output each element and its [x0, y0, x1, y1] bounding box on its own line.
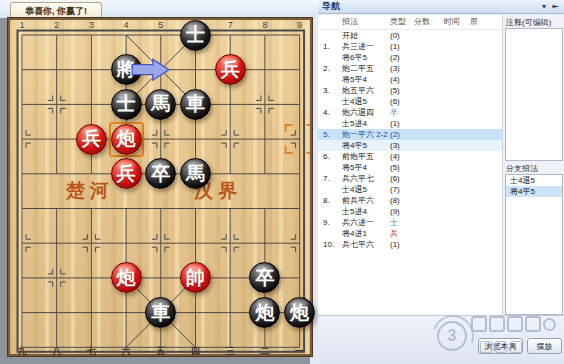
move-cell: 3. — [318, 85, 342, 96]
move-row[interactable]: 4.炮六退四卒 — [318, 107, 502, 118]
navigation-panel: 导航 ▾ ⇤ 招法类型分数时间层 开始(0)1.兵三进一(1)将6平5(2)2.… — [318, 0, 564, 364]
move-cell: (1) — [390, 239, 414, 250]
move-cell: 兵 — [390, 228, 414, 239]
chevron-down-icon[interactable]: ▾ — [542, 2, 548, 11]
move-cell — [444, 52, 470, 63]
move-cell: 2. — [318, 63, 342, 74]
xiangqi-app-window: 恭喜你, 你赢了! 123456789 九八七六五四三二一 楚河 汉界 士將兵士… — [0, 0, 564, 364]
move-cell — [470, 184, 484, 195]
move-cell — [414, 228, 444, 239]
move-cell — [470, 195, 484, 206]
move-row[interactable]: 3.炮五平六(5) — [318, 85, 502, 96]
move-cell: (7) — [390, 184, 414, 195]
move-cell: (4) — [390, 74, 414, 85]
move-cell — [470, 217, 484, 228]
move-cell — [318, 162, 342, 173]
move-list: 招法类型分数时间层 开始(0)1.兵三进一(1)将6平5(2)2.炮二平五(3)… — [318, 15, 503, 315]
move-list-header-cell: 层 — [470, 15, 484, 29]
move-row[interactable]: 7.兵六平七(6) — [318, 173, 502, 184]
move-cell: 炮五平六 — [342, 85, 390, 96]
move-row[interactable]: 开始(0) — [318, 30, 502, 41]
move-cell: 炮二平五 — [342, 63, 390, 74]
move-cell: 5. — [318, 129, 342, 140]
move-cell: 1. — [318, 41, 342, 52]
move-cell — [414, 52, 444, 63]
move-row[interactable]: 将4平5(3) — [318, 140, 502, 151]
move-cell — [470, 74, 484, 85]
move-cell — [414, 129, 444, 140]
move-cell — [444, 96, 470, 107]
result-message-tab: 恭喜你, 你赢了! — [10, 2, 102, 19]
move-row[interactable]: 士5进4(9) — [318, 206, 502, 217]
move-cell: 卒 — [390, 107, 414, 118]
nav-panel-title: 导航 — [322, 1, 340, 11]
move-cell — [444, 129, 470, 140]
move-row[interactable]: 10.兵七平六(1) — [318, 239, 502, 250]
notes-label: 注释(可编辑) — [506, 17, 551, 28]
move-list-header: 招法类型分数时间层 — [318, 15, 502, 30]
move-cell: (5) — [390, 162, 414, 173]
move-cell — [414, 74, 444, 85]
move-list-header-cell: 时间 — [444, 15, 470, 29]
move-row[interactable]: 将6平5(2) — [318, 52, 502, 63]
move-row[interactable]: 1.兵三进一(1) — [318, 41, 502, 52]
move-cell — [444, 173, 470, 184]
move-cell — [470, 206, 484, 217]
notes-editor[interactable] — [505, 28, 563, 161]
move-row[interactable]: 2.炮二平五(3) — [318, 63, 502, 74]
move-row[interactable]: 8.前兵平六(8) — [318, 195, 502, 206]
move-cell — [414, 107, 444, 118]
move-cell — [470, 96, 484, 107]
branch-move-list: 士4退5将4平5 — [505, 174, 563, 315]
move-list-header-cell: 类型 — [390, 15, 414, 29]
move-row[interactable]: 6.前炮平五(4) — [318, 151, 502, 162]
move-cell — [444, 162, 470, 173]
move-cell — [414, 217, 444, 228]
move-cell — [414, 184, 444, 195]
move-cell — [470, 41, 484, 52]
move-cell — [470, 228, 484, 239]
move-cell: 9. — [318, 217, 342, 228]
nav-titlebar: 导航 ▾ ⇤ — [318, 0, 564, 14]
move-cell: 10. — [318, 239, 342, 250]
move-cell: (9) — [390, 206, 414, 217]
move-cell — [318, 96, 342, 107]
move-cell: 将5平4 — [342, 162, 390, 173]
move-cell: (2) — [390, 52, 414, 63]
move-markers-overlay — [10, 20, 310, 354]
move-cell — [414, 118, 444, 129]
board-panel-header: 恭喜你, 你赢了! — [0, 0, 318, 18]
move-cell: 炮六退四 — [342, 107, 390, 118]
move-cell — [318, 30, 342, 41]
move-cell — [318, 206, 342, 217]
xiangqi-board[interactable]: 123456789 九八七六五四三二一 楚河 汉界 士將兵士馬車兵炮兵卒馬炮帥卒… — [8, 18, 312, 356]
move-cell — [444, 74, 470, 85]
move-cell — [414, 151, 444, 162]
move-list-header-cell: 分数 — [414, 15, 444, 29]
move-cell — [470, 129, 484, 140]
move-cell: (6) — [390, 96, 414, 107]
browse-game-button[interactable]: 浏览本局 — [478, 338, 523, 354]
board-panel: 恭喜你, 你赢了! 123456789 九八七六五四三二一 楚河 汉界 士將兵士… — [0, 0, 318, 364]
move-cell — [470, 30, 484, 41]
move-row[interactable]: 5.炮一平六 2-2(2) — [318, 129, 502, 140]
move-cell — [318, 184, 342, 195]
move-cell — [470, 151, 484, 162]
move-cell — [470, 52, 484, 63]
move-cell — [414, 195, 444, 206]
move-cell — [414, 30, 444, 41]
nav-bottom-bar: 浏览本局 摆放 — [318, 315, 564, 364]
move-cell — [318, 52, 342, 63]
move-cell — [470, 118, 484, 129]
move-cell: 士5进4 — [342, 118, 390, 129]
move-row[interactable]: 士4退5(7) — [318, 184, 502, 195]
move-cell: 前兵平六 — [342, 195, 390, 206]
move-cell — [414, 239, 444, 250]
move-cell: 士4退5 — [342, 96, 390, 107]
setup-position-button[interactable]: 摆放 — [527, 338, 562, 354]
move-cell — [414, 96, 444, 107]
move-cell: (3) — [390, 140, 414, 151]
move-cell — [470, 85, 484, 96]
move-list-header-cell: 招法 — [342, 15, 390, 29]
move-cell — [470, 173, 484, 184]
result-message: 恭喜你, 你赢了! — [25, 6, 87, 16]
move-cell — [444, 41, 470, 52]
move-cell — [318, 140, 342, 151]
move-cell — [318, 74, 342, 85]
move-cell: (1) — [390, 118, 414, 129]
move-cell — [444, 195, 470, 206]
move-row[interactable]: 士5进4(1) — [318, 118, 502, 129]
branch-move-item[interactable]: 将4平5 — [506, 186, 562, 197]
move-cell: 7. — [318, 173, 342, 184]
move-cell: (1) — [390, 41, 414, 52]
move-cell — [470, 140, 484, 151]
move-row[interactable]: 9.兵六进一士 — [318, 217, 502, 228]
move-cell — [414, 63, 444, 74]
move-cell — [444, 30, 470, 41]
move-cell: 将5平4 — [342, 74, 390, 85]
move-cell: 6. — [318, 151, 342, 162]
move-cell: 士5进4 — [342, 206, 390, 217]
move-cell — [414, 85, 444, 96]
move-cell: 将4平5 — [342, 140, 390, 151]
move-cell: 8. — [318, 195, 342, 206]
move-cell — [318, 118, 342, 129]
move-cell — [414, 173, 444, 184]
move-cell: 士 — [390, 217, 414, 228]
move-cell: 4. — [318, 107, 342, 118]
move-cell: (6) — [390, 173, 414, 184]
move-cell: 兵三进一 — [342, 41, 390, 52]
move-cell — [414, 162, 444, 173]
move-cell — [318, 228, 342, 239]
move-cell: (8) — [390, 195, 414, 206]
move-cell: 兵七平六 — [342, 239, 390, 250]
move-cell: (0) — [390, 30, 414, 41]
move-row[interactable]: 将5平4(5) — [318, 162, 502, 173]
dock-pin-icon[interactable]: ⇤ — [552, 2, 561, 11]
move-cell — [444, 206, 470, 217]
move-cell: (2) — [390, 129, 414, 140]
move-cell — [470, 107, 484, 118]
move-cell: 将4进1 — [342, 228, 390, 239]
move-list-header-cell — [318, 15, 342, 29]
move-cell — [444, 140, 470, 151]
move-cell: 将6平5 — [342, 52, 390, 63]
move-cell: 士4退5 — [342, 184, 390, 195]
move-cell: (5) — [390, 85, 414, 96]
move-row[interactable]: 将5平4(4) — [318, 74, 502, 85]
move-cell — [444, 118, 470, 129]
move-cell — [444, 239, 470, 250]
move-cell — [470, 162, 484, 173]
move-cell — [444, 217, 470, 228]
move-cell — [444, 228, 470, 239]
move-cell: 兵六平七 — [342, 173, 390, 184]
move-cell — [470, 239, 484, 250]
move-cell: 兵六进一 — [342, 217, 390, 228]
move-cell: (4) — [390, 151, 414, 162]
branch-move-item[interactable]: 士4退5 — [506, 175, 562, 186]
move-cell — [414, 140, 444, 151]
branch-moves-label: 分支招法 — [506, 163, 538, 174]
move-cell — [444, 63, 470, 74]
move-cell — [444, 85, 470, 96]
move-cell: (3) — [390, 63, 414, 74]
move-cell: 前炮平五 — [342, 151, 390, 162]
move-row[interactable]: 将4进1兵 — [318, 228, 502, 239]
move-cell — [414, 206, 444, 217]
move-cell — [444, 107, 470, 118]
move-cell — [444, 151, 470, 162]
move-row[interactable]: 士4退5(6) — [318, 96, 502, 107]
move-cell — [414, 41, 444, 52]
move-cell — [444, 184, 470, 195]
move-cell: 开始 — [342, 30, 390, 41]
move-cell: 炮一平六 2-2 — [342, 129, 390, 140]
move-cell — [470, 63, 484, 74]
